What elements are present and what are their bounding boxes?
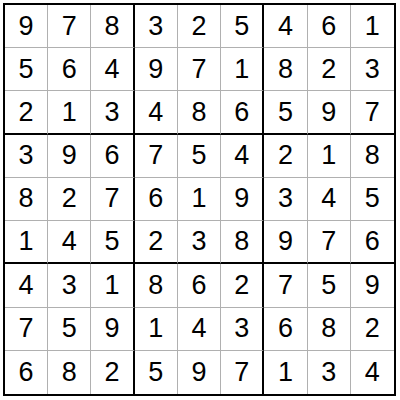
cell-r9c8[interactable]: 3 bbox=[308, 351, 351, 394]
cell-r2c6[interactable]: 1 bbox=[221, 48, 264, 91]
cell-r7c9[interactable]: 9 bbox=[351, 264, 394, 307]
cell-r4c2[interactable]: 9 bbox=[48, 135, 91, 178]
cell-r3c2[interactable]: 1 bbox=[48, 91, 91, 134]
cell-r3c6[interactable]: 6 bbox=[221, 91, 264, 134]
cell-r9c1[interactable]: 6 bbox=[5, 351, 48, 394]
cell-r6c9[interactable]: 6 bbox=[351, 221, 394, 264]
cell-r5c9[interactable]: 5 bbox=[351, 178, 394, 221]
cell-r7c8[interactable]: 5 bbox=[308, 264, 351, 307]
cell-r1c7[interactable]: 4 bbox=[264, 5, 307, 48]
cell-r4c3[interactable]: 6 bbox=[91, 135, 134, 178]
cell-r9c3[interactable]: 2 bbox=[91, 351, 134, 394]
cell-r4c8[interactable]: 1 bbox=[308, 135, 351, 178]
cell-r6c3[interactable]: 5 bbox=[91, 221, 134, 264]
cell-r5c3[interactable]: 7 bbox=[91, 178, 134, 221]
cell-r6c5[interactable]: 3 bbox=[178, 221, 221, 264]
cell-r7c1[interactable]: 4 bbox=[5, 264, 48, 307]
cell-r9c2[interactable]: 8 bbox=[48, 351, 91, 394]
cell-r1c3[interactable]: 8 bbox=[91, 5, 134, 48]
cell-r9c5[interactable]: 9 bbox=[178, 351, 221, 394]
cell-r4c7[interactable]: 2 bbox=[264, 135, 307, 178]
cell-r7c7[interactable]: 7 bbox=[264, 264, 307, 307]
cell-r5c8[interactable]: 4 bbox=[308, 178, 351, 221]
cell-r9c7[interactable]: 1 bbox=[264, 351, 307, 394]
cell-r4c5[interactable]: 5 bbox=[178, 135, 221, 178]
cell-r9c9[interactable]: 4 bbox=[351, 351, 394, 394]
cell-r1c2[interactable]: 7 bbox=[48, 5, 91, 48]
cell-r3c7[interactable]: 5 bbox=[264, 91, 307, 134]
cell-r3c4[interactable]: 4 bbox=[135, 91, 178, 134]
cell-r4c9[interactable]: 8 bbox=[351, 135, 394, 178]
cell-r3c8[interactable]: 9 bbox=[308, 91, 351, 134]
cell-r2c3[interactable]: 4 bbox=[91, 48, 134, 91]
cell-r3c3[interactable]: 3 bbox=[91, 91, 134, 134]
cell-r2c7[interactable]: 8 bbox=[264, 48, 307, 91]
cell-r6c6[interactable]: 8 bbox=[221, 221, 264, 264]
cell-r6c2[interactable]: 4 bbox=[48, 221, 91, 264]
cell-r1c4[interactable]: 3 bbox=[135, 5, 178, 48]
cell-r5c7[interactable]: 3 bbox=[264, 178, 307, 221]
cell-r8c4[interactable]: 1 bbox=[135, 308, 178, 351]
sudoku-board: 9783254615649718232134865973967542188276… bbox=[3, 3, 396, 396]
cell-r8c5[interactable]: 4 bbox=[178, 308, 221, 351]
cell-r7c5[interactable]: 6 bbox=[178, 264, 221, 307]
cell-r3c1[interactable]: 2 bbox=[5, 91, 48, 134]
cell-r6c1[interactable]: 1 bbox=[5, 221, 48, 264]
cell-r8c6[interactable]: 3 bbox=[221, 308, 264, 351]
cell-r1c8[interactable]: 6 bbox=[308, 5, 351, 48]
cell-r8c3[interactable]: 9 bbox=[91, 308, 134, 351]
cell-r8c9[interactable]: 2 bbox=[351, 308, 394, 351]
cell-r6c4[interactable]: 2 bbox=[135, 221, 178, 264]
cell-r4c4[interactable]: 7 bbox=[135, 135, 178, 178]
cell-r8c1[interactable]: 7 bbox=[5, 308, 48, 351]
cell-r2c8[interactable]: 2 bbox=[308, 48, 351, 91]
cell-r8c7[interactable]: 6 bbox=[264, 308, 307, 351]
cell-r6c7[interactable]: 9 bbox=[264, 221, 307, 264]
cell-r7c6[interactable]: 2 bbox=[221, 264, 264, 307]
cell-r2c1[interactable]: 5 bbox=[5, 48, 48, 91]
cell-r9c6[interactable]: 7 bbox=[221, 351, 264, 394]
cell-r1c6[interactable]: 5 bbox=[221, 5, 264, 48]
cell-r1c5[interactable]: 2 bbox=[178, 5, 221, 48]
cell-r8c2[interactable]: 5 bbox=[48, 308, 91, 351]
cell-r5c5[interactable]: 1 bbox=[178, 178, 221, 221]
cell-r2c4[interactable]: 9 bbox=[135, 48, 178, 91]
cell-r6c8[interactable]: 7 bbox=[308, 221, 351, 264]
cell-r5c2[interactable]: 2 bbox=[48, 178, 91, 221]
cell-r7c3[interactable]: 1 bbox=[91, 264, 134, 307]
cell-r9c4[interactable]: 5 bbox=[135, 351, 178, 394]
cell-r1c9[interactable]: 1 bbox=[351, 5, 394, 48]
cell-r3c5[interactable]: 8 bbox=[178, 91, 221, 134]
cell-r5c4[interactable]: 6 bbox=[135, 178, 178, 221]
cell-r4c1[interactable]: 3 bbox=[5, 135, 48, 178]
cell-r1c1[interactable]: 9 bbox=[5, 5, 48, 48]
cell-r4c6[interactable]: 4 bbox=[221, 135, 264, 178]
cell-r7c4[interactable]: 8 bbox=[135, 264, 178, 307]
cell-r8c8[interactable]: 8 bbox=[308, 308, 351, 351]
cell-r3c9[interactable]: 7 bbox=[351, 91, 394, 134]
cell-r5c1[interactable]: 8 bbox=[5, 178, 48, 221]
cell-r7c2[interactable]: 3 bbox=[48, 264, 91, 307]
cell-r2c2[interactable]: 6 bbox=[48, 48, 91, 91]
cell-r2c9[interactable]: 3 bbox=[351, 48, 394, 91]
cell-r5c6[interactable]: 9 bbox=[221, 178, 264, 221]
cell-r2c5[interactable]: 7 bbox=[178, 48, 221, 91]
